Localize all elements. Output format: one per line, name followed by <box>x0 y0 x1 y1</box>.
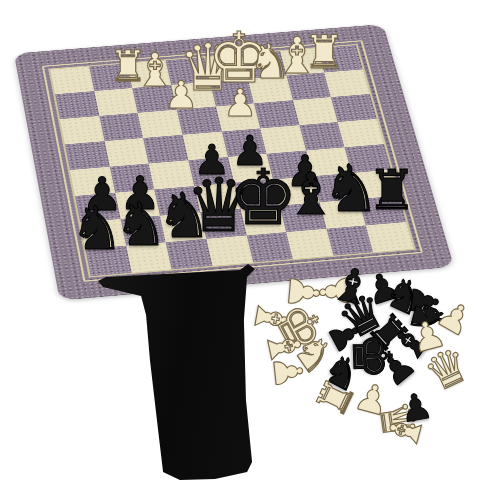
pile-piece-black-pawn: ♟ <box>374 345 422 393</box>
pile-piece-black-bishop: ♝ <box>327 259 377 313</box>
pile-piece-black-pawn: ♟ <box>405 283 444 318</box>
pile-piece-white-pawn: ♟ <box>267 353 308 391</box>
pile-piece-white-rook: ♜ <box>310 373 363 424</box>
loose-pieces-pile: ♟♟♝♚♝♟♞♝♟♞♟♞♛♜♟♚♝♞♟♟♟♛♜♟♛♟♝ <box>0 0 500 500</box>
pile-piece-white-pawn: ♟ <box>431 293 480 343</box>
pile-piece-black-knight: ♞ <box>316 346 368 399</box>
pile-piece-white-queen: ♛ <box>372 397 423 444</box>
pile-piece-black-knight: ♞ <box>402 294 451 340</box>
chess-set-product-photo: ♜♝♛♚♞♝♜♟♟♟♟♟♟♟♞♞♞♛♚♝♞♜ ♟♟♝♚♝♟♞♝♟♞♟♞♛♜♟♚♝… <box>0 0 500 500</box>
pile-piece-white-bishop: ♝ <box>259 324 309 371</box>
pile-piece-black-queen: ♛ <box>330 283 393 348</box>
pile-piece-black-bishop: ♝ <box>385 316 440 370</box>
pile-piece-black-knight: ♞ <box>377 268 430 323</box>
pile-piece-black-rook: ♜ <box>360 306 415 361</box>
pile-piece-black-pawn: ♟ <box>361 265 405 312</box>
pile-piece-white-pawn: ♟ <box>407 313 450 359</box>
pile-piece-white-queen: ♛ <box>417 338 476 400</box>
pile-piece-white-bishop: ♝ <box>246 295 295 340</box>
pile-piece-white-king: ♚ <box>265 294 334 361</box>
pile-piece-black-pawn: ♟ <box>397 387 435 428</box>
pile-piece-black-king: ♚ <box>345 331 400 380</box>
pile-piece-white-pawn: ♟ <box>281 272 325 312</box>
pile-piece-white-knight: ♞ <box>285 326 342 382</box>
pile-piece-white-pawn: ♟ <box>351 376 394 422</box>
pile-piece-black-pawn: ♟ <box>322 313 369 358</box>
pile-piece-white-pawn: ♟ <box>314 271 358 311</box>
pile-piece-white-bishop: ♝ <box>381 408 430 454</box>
